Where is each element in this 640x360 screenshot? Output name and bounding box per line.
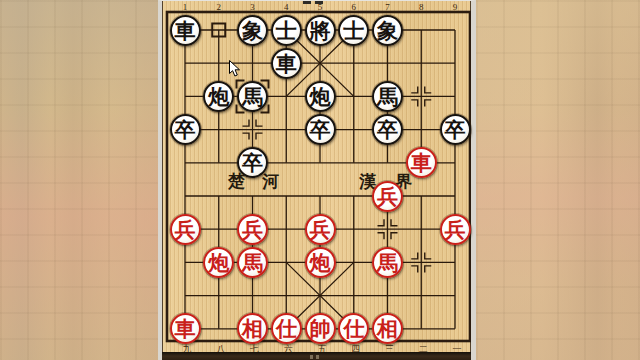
video-frame: 123456789 九八七六五四三二一 楚河 漢界 車象士將士象車炮馬炮馬卒卒卒… [0,0,640,360]
piece-red-cannon[interactable]: 炮 [203,247,234,278]
piece-red-general[interactable]: 帥 [305,313,336,344]
piece-black-soldier[interactable]: 卒 [305,114,336,145]
mouse-cursor [229,60,241,77]
file-label-top-5: 5 [314,2,326,12]
file-label-top-3: 3 [247,2,259,12]
piece-red-soldier[interactable]: 兵 [237,214,268,245]
background-right-blur [476,0,640,360]
piece-black-elephant[interactable]: 象 [372,15,403,46]
file-label-top-4: 4 [280,2,292,12]
piece-black-horse[interactable]: 馬 [372,81,403,112]
file-label-top-8: 8 [415,2,427,12]
piece-black-cannon[interactable]: 炮 [305,81,336,112]
point-mark [411,252,418,259]
point-mark [411,266,418,273]
piece-red-soldier[interactable]: 兵 [440,214,471,245]
piece-red-soldier[interactable]: 兵 [305,214,336,245]
piece-red-soldier[interactable]: 兵 [372,181,403,212]
point-mark [411,86,418,93]
piece-red-chariot[interactable]: 車 [406,147,437,178]
piece-black-soldier[interactable]: 卒 [440,114,471,145]
piece-red-soldier[interactable]: 兵 [170,214,201,245]
piece-red-horse[interactable]: 馬 [237,247,268,278]
piece-black-chariot[interactable]: 車 [170,15,201,46]
board-bottom-edge [162,352,471,360]
point-mark [425,100,432,107]
watermark-smudge [310,355,313,359]
piece-red-cannon[interactable]: 炮 [305,247,336,278]
piece-red-advisor[interactable]: 仕 [271,313,302,344]
point-mark [425,266,432,273]
piece-black-elephant[interactable]: 象 [237,15,268,46]
piece-black-horse[interactable]: 馬 [237,81,268,112]
point-mark [391,219,398,226]
point-mark [378,219,385,226]
file-label-top-9: 9 [449,2,461,12]
point-mark [243,120,250,127]
point-mark [378,233,385,240]
piece-red-horse[interactable]: 馬 [372,247,403,278]
file-label-top-7: 7 [382,2,394,12]
piece-black-cannon[interactable]: 炮 [203,81,234,112]
file-label-top-2: 2 [213,2,225,12]
point-mark [243,133,250,140]
point-mark [256,120,263,127]
background-left-blur [0,0,159,360]
piece-black-soldier[interactable]: 卒 [372,114,403,145]
file-label-top-1: 1 [179,2,191,12]
piece-red-chariot[interactable]: 車 [170,313,201,344]
piece-black-advisor[interactable]: 士 [271,15,302,46]
point-mark [425,252,432,259]
point-mark [391,233,398,240]
xiangqi-board-window[interactable]: 123456789 九八七六五四三二一 楚河 漢界 車象士將士象車炮馬炮馬卒卒卒… [158,0,476,360]
point-mark [256,133,263,140]
piece-black-advisor[interactable]: 士 [338,15,369,46]
point-mark [411,100,418,107]
piece-black-chariot[interactable]: 車 [271,48,302,79]
file-label-top-6: 6 [348,2,360,12]
point-mark [425,86,432,93]
piece-black-general[interactable]: 將 [305,15,336,46]
piece-black-soldier[interactable]: 卒 [170,114,201,145]
